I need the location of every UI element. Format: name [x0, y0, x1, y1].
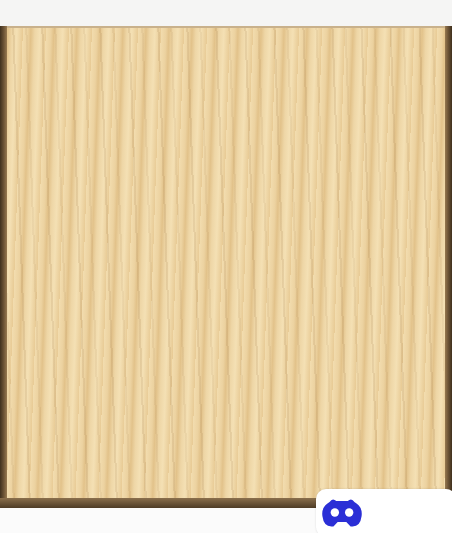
- game-controller-icon: [321, 497, 363, 530]
- board-grid: [0, 0, 452, 533]
- xiangqi-game-screen: [0, 0, 452, 533]
- watermark-badge: [316, 489, 452, 533]
